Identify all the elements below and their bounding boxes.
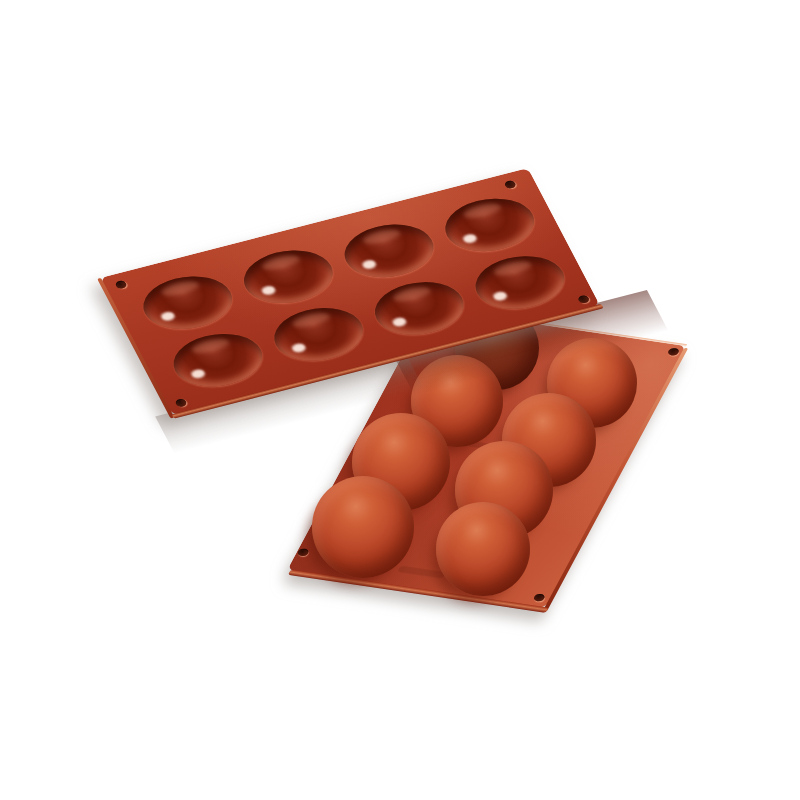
embossed-marking xyxy=(467,441,503,451)
mold-dome xyxy=(502,393,596,487)
front-mold-right-edge xyxy=(543,348,688,611)
cast-shadow-on-background xyxy=(155,352,424,453)
cast-shadow-on-front-mold xyxy=(393,290,668,396)
back-mold-group xyxy=(0,0,800,800)
mold-dome xyxy=(352,413,450,511)
product-photo-scene xyxy=(0,0,800,800)
mold-dome xyxy=(436,502,530,596)
front-mold-group xyxy=(0,0,800,800)
mold-dome xyxy=(312,476,414,578)
shadow-band-layer xyxy=(100,168,600,415)
embossed-marking xyxy=(397,566,446,579)
front-mold-bottom-edge xyxy=(288,570,549,613)
corner-hole xyxy=(296,548,310,557)
mold-dome xyxy=(455,441,553,539)
corner-hole xyxy=(532,593,546,602)
corner-hole xyxy=(667,348,681,357)
dome-layer xyxy=(0,0,800,800)
